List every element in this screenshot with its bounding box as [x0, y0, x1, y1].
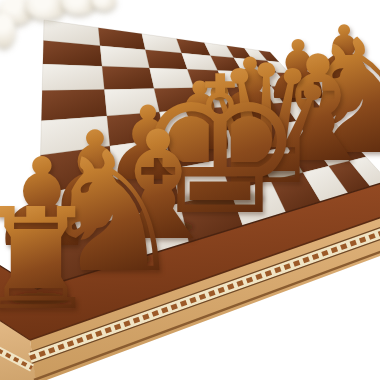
piece-shadow	[184, 190, 264, 209]
piece-shadow	[184, 138, 223, 147]
piece-shadow	[20, 231, 71, 243]
chess-board	[0, 0, 380, 380]
piece-shadow	[131, 168, 174, 178]
piece-shadow	[285, 89, 319, 97]
piece-shadow	[11, 292, 70, 306]
board-square	[102, 66, 154, 89]
board-square	[104, 89, 159, 116]
board-square	[41, 89, 107, 120]
piece-shadow	[236, 163, 305, 179]
piece-shadow	[131, 220, 194, 235]
board-square	[154, 88, 201, 112]
piece-shadow	[81, 251, 151, 268]
board-square	[149, 68, 193, 89]
piece-shadow	[236, 111, 273, 120]
chess-set-photo: ♟♟♟♟♟♟♟♜♞♝♚♛♝♞	[0, 0, 380, 380]
board-square	[42, 64, 104, 91]
piece-shadow	[75, 197, 122, 208]
piece-shadow	[332, 71, 364, 79]
